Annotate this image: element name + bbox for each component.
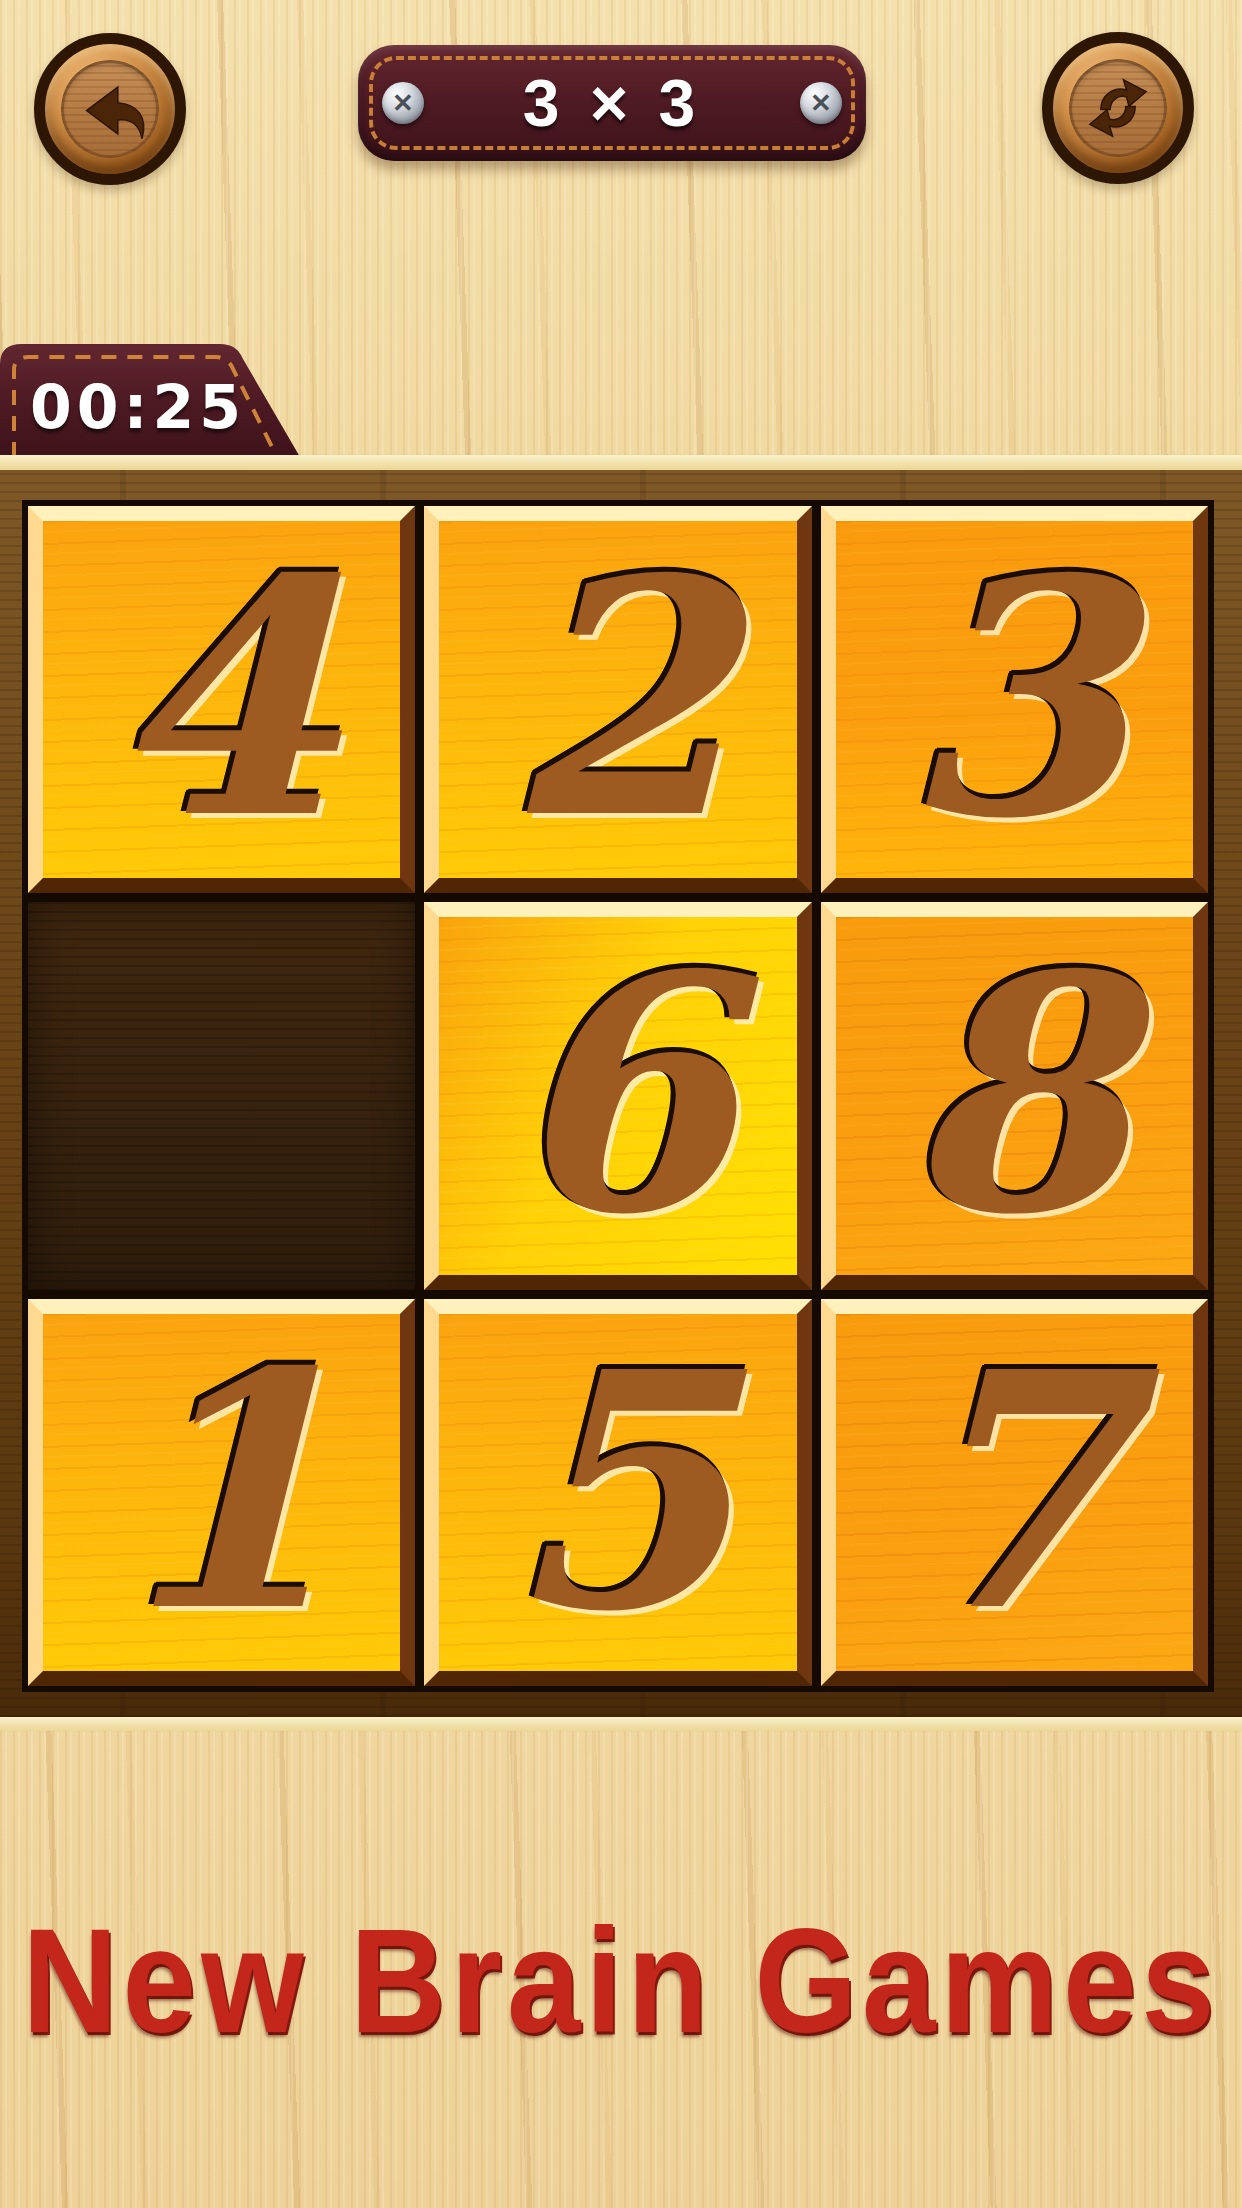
board-edge-top (0, 455, 1242, 470)
timer-value: 00:25 (30, 372, 246, 442)
tile-3[interactable]: 3 (821, 506, 1208, 893)
restart-button[interactable] (1042, 32, 1194, 184)
tile-grid: 4 2 3 6 8 1 5 7 (22, 500, 1214, 1692)
timer-tab: 00:25 (0, 338, 300, 457)
board-frame: 4 2 3 6 8 1 5 7 (0, 470, 1242, 1717)
tile-7[interactable]: 7 (821, 1299, 1208, 1686)
back-button-face (61, 60, 159, 158)
tile-8[interactable]: 8 (821, 902, 1208, 1289)
footer-banner[interactable]: New Brain Games (0, 1896, 1242, 2065)
tile-4[interactable]: 4 (28, 506, 415, 893)
board-size-plaque: ✕ 3 × 3 ✕ (358, 45, 866, 161)
empty-cell (28, 902, 415, 1289)
tile-5[interactable]: 5 (424, 1299, 811, 1686)
board-edge-bottom (0, 1717, 1242, 1731)
tile-6[interactable]: 6 (424, 902, 811, 1289)
back-button[interactable] (34, 33, 186, 185)
board-size-label: 3 × 3 (523, 65, 702, 141)
footer-banner-text: New Brain Games (22, 1898, 1219, 2063)
puzzle-board: 4 2 3 6 8 1 5 7 (0, 455, 1242, 1731)
tile-1[interactable]: 1 (28, 1299, 415, 1686)
restart-icon (1079, 69, 1157, 147)
screw-icon: ✕ (382, 82, 424, 124)
restart-button-face (1069, 59, 1167, 157)
screw-icon: ✕ (800, 82, 842, 124)
tile-2[interactable]: 2 (424, 506, 811, 893)
back-arrow-icon (71, 70, 149, 148)
game-screen: ✕ 3 × 3 ✕ 00:25 (0, 0, 1242, 2208)
